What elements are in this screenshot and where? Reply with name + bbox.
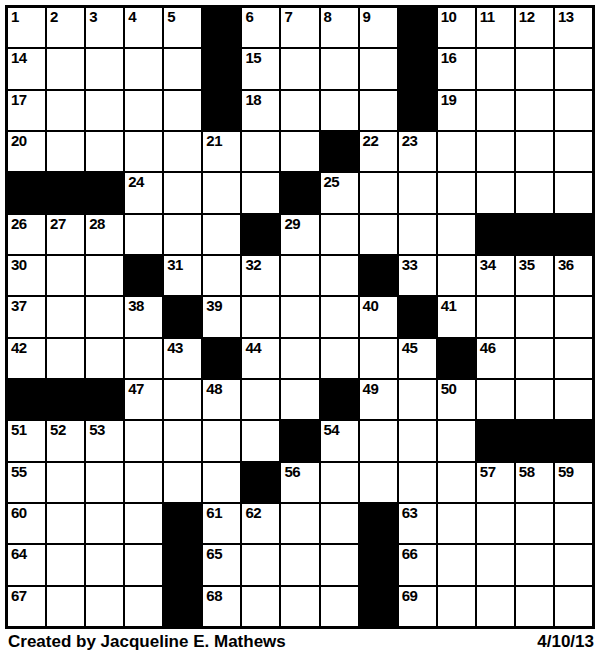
grid-cell[interactable] <box>438 587 475 626</box>
grid-cell[interactable]: 1 <box>8 8 45 47</box>
clue-number: 8 <box>324 9 332 25</box>
clue-number: 12 <box>519 9 535 25</box>
black-cell <box>203 49 240 88</box>
black-cell <box>164 504 201 543</box>
clue-number: 3 <box>89 9 97 25</box>
clue-number: 30 <box>11 257 27 273</box>
grid-cell[interactable] <box>203 173 240 212</box>
grid-cell[interactable] <box>242 173 279 212</box>
grid-cell[interactable]: 17 <box>8 91 45 130</box>
crossword-grid: 1234567891011121314151617181920212223242… <box>5 5 595 629</box>
grid-cell[interactable] <box>438 215 475 254</box>
clue-number: 60 <box>11 505 27 521</box>
grid-cell[interactable]: 5 <box>164 8 201 47</box>
grid-cell[interactable] <box>125 545 162 584</box>
grid-cell[interactable]: 27 <box>47 215 84 254</box>
credit-text: Created by Jacqueline E. Mathews <box>8 632 286 652</box>
grid-cell[interactable] <box>360 173 397 212</box>
grid-cell[interactable]: 45 <box>399 339 436 378</box>
black-cell <box>8 173 45 212</box>
grid-cell[interactable]: 66 <box>399 545 436 584</box>
clue-number: 26 <box>11 216 27 232</box>
grid-cell[interactable]: 55 <box>8 463 45 502</box>
grid-cell[interactable]: 50 <box>438 380 475 419</box>
grid-cell[interactable] <box>47 463 84 502</box>
grid-cell[interactable]: 8 <box>321 8 358 47</box>
clue-number: 64 <box>11 546 27 562</box>
grid-cell[interactable]: 40 <box>360 297 397 336</box>
clue-number: 13 <box>558 9 574 25</box>
black-cell <box>555 215 592 254</box>
grid-cell[interactable]: 31 <box>164 256 201 295</box>
grid-cell[interactable] <box>86 297 123 336</box>
grid-cell[interactable] <box>438 504 475 543</box>
grid-cell[interactable] <box>86 49 123 88</box>
grid-cell[interactable]: 12 <box>516 8 553 47</box>
grid-cell[interactable]: 23 <box>399 132 436 171</box>
grid-cell[interactable] <box>477 132 514 171</box>
grid-cell[interactable]: 44 <box>242 339 279 378</box>
grid-cell[interactable] <box>47 339 84 378</box>
grid-cell[interactable] <box>47 587 84 626</box>
grid-cell[interactable] <box>164 49 201 88</box>
grid-cell[interactable] <box>164 91 201 130</box>
grid-cell[interactable] <box>477 49 514 88</box>
grid-cell[interactable] <box>47 91 84 130</box>
clue-number: 15 <box>245 50 261 66</box>
clue-number: 5 <box>167 9 175 25</box>
grid-cell[interactable]: 61 <box>203 504 240 543</box>
grid-cell[interactable] <box>438 173 475 212</box>
black-cell <box>360 256 397 295</box>
clue-number: 25 <box>324 174 340 190</box>
grid-cell[interactable] <box>438 256 475 295</box>
clue-number: 23 <box>402 133 418 149</box>
clue-number: 49 <box>363 381 379 397</box>
grid-cell[interactable] <box>360 49 397 88</box>
grid-cell[interactable] <box>399 421 436 460</box>
clue-number: 38 <box>128 298 144 314</box>
grid-cell[interactable] <box>164 421 201 460</box>
grid-cell[interactable] <box>555 91 592 130</box>
grid-cell[interactable] <box>86 339 123 378</box>
grid-cell[interactable]: 24 <box>125 173 162 212</box>
grid-cell[interactable] <box>281 587 318 626</box>
clue-number: 19 <box>441 92 457 108</box>
grid-cell[interactable] <box>477 297 514 336</box>
grid-cell[interactable]: 36 <box>555 256 592 295</box>
grid-cell[interactable]: 37 <box>8 297 45 336</box>
grid-cell[interactable]: 11 <box>477 8 514 47</box>
grid-cell[interactable] <box>516 545 553 584</box>
clue-number: 67 <box>11 588 27 604</box>
clue-number: 55 <box>11 464 27 480</box>
clue-number: 37 <box>11 298 27 314</box>
black-cell <box>203 339 240 378</box>
grid-cell[interactable]: 65 <box>203 545 240 584</box>
clue-number: 7 <box>284 9 292 25</box>
footer: Created by Jacqueline E. Mathews 4/10/13 <box>0 630 600 656</box>
clue-number: 36 <box>558 257 574 273</box>
grid-cell[interactable]: 60 <box>8 504 45 543</box>
grid-cell[interactable] <box>438 463 475 502</box>
grid-cell[interactable] <box>125 587 162 626</box>
clue-number: 62 <box>245 505 261 521</box>
grid-cell[interactable]: 29 <box>281 215 318 254</box>
black-cell <box>399 8 436 47</box>
grid-cell[interactable] <box>516 173 553 212</box>
grid-cell[interactable] <box>360 339 397 378</box>
clue-number: 21 <box>206 133 222 149</box>
clue-number: 53 <box>89 422 105 438</box>
clue-number: 63 <box>402 505 418 521</box>
grid-cell[interactable] <box>281 297 318 336</box>
grid-cell[interactable]: 59 <box>555 463 592 502</box>
clue-number: 44 <box>245 340 261 356</box>
grid-cell[interactable] <box>399 173 436 212</box>
grid-cell[interactable]: 64 <box>8 545 45 584</box>
grid-cell[interactable]: 69 <box>399 587 436 626</box>
grid-cell[interactable] <box>47 504 84 543</box>
grid-cell[interactable] <box>281 545 318 584</box>
black-cell <box>86 380 123 419</box>
clue-number: 17 <box>11 92 27 108</box>
clue-number: 33 <box>402 257 418 273</box>
grid-cell[interactable] <box>242 421 279 460</box>
grid-cell[interactable] <box>321 339 358 378</box>
black-cell <box>47 380 84 419</box>
clue-number: 20 <box>11 133 27 149</box>
grid-cell[interactable] <box>86 545 123 584</box>
grid-cell[interactable]: 21 <box>203 132 240 171</box>
grid-cell[interactable] <box>281 504 318 543</box>
grid-cell[interactable] <box>125 339 162 378</box>
black-cell <box>399 91 436 130</box>
clue-number: 29 <box>284 216 300 232</box>
grid-cell[interactable] <box>477 380 514 419</box>
grid-cell[interactable] <box>516 380 553 419</box>
grid-cell[interactable]: 54 <box>321 421 358 460</box>
grid-cell[interactable] <box>399 463 436 502</box>
grid-cell[interactable] <box>47 297 84 336</box>
grid-cell[interactable] <box>86 587 123 626</box>
grid-cell[interactable] <box>477 91 514 130</box>
grid-cell[interactable] <box>555 504 592 543</box>
grid-cell[interactable] <box>125 49 162 88</box>
clue-number: 42 <box>11 340 27 356</box>
black-cell <box>516 215 553 254</box>
grid-cell[interactable] <box>125 421 162 460</box>
clue-number: 10 <box>441 9 457 25</box>
grid-cell[interactable]: 15 <box>242 49 279 88</box>
grid-cell[interactable] <box>555 132 592 171</box>
black-cell <box>477 215 514 254</box>
clue-number: 50 <box>441 381 457 397</box>
grid-cell[interactable]: 52 <box>47 421 84 460</box>
grid-cell[interactable]: 20 <box>8 132 45 171</box>
grid-cell[interactable] <box>281 339 318 378</box>
grid-cell[interactable] <box>438 132 475 171</box>
grid-cell[interactable] <box>47 49 84 88</box>
grid-cell[interactable] <box>321 91 358 130</box>
grid-cell[interactable] <box>477 587 514 626</box>
clue-number: 69 <box>402 588 418 604</box>
black-cell <box>555 421 592 460</box>
clue-number: 68 <box>206 588 222 604</box>
grid-cell[interactable] <box>164 132 201 171</box>
grid-cell[interactable]: 41 <box>438 297 475 336</box>
black-cell <box>321 132 358 171</box>
grid-cell[interactable]: 53 <box>86 421 123 460</box>
grid-cell[interactable] <box>164 463 201 502</box>
clue-number: 39 <box>206 298 222 314</box>
grid-cell[interactable] <box>125 463 162 502</box>
grid-cell[interactable] <box>360 421 397 460</box>
grid-cell[interactable]: 33 <box>399 256 436 295</box>
grid-cell[interactable] <box>438 545 475 584</box>
black-cell <box>399 49 436 88</box>
grid-cell[interactable] <box>360 91 397 130</box>
black-cell <box>321 380 358 419</box>
grid-cell[interactable] <box>203 421 240 460</box>
grid-cell[interactable]: 63 <box>399 504 436 543</box>
grid-cell[interactable]: 68 <box>203 587 240 626</box>
grid-cell[interactable] <box>555 339 592 378</box>
grid-cell[interactable]: 19 <box>438 91 475 130</box>
clue-number: 16 <box>441 50 457 66</box>
black-cell <box>203 91 240 130</box>
grid-cell[interactable] <box>321 215 358 254</box>
grid-cell[interactable] <box>321 545 358 584</box>
grid-cell[interactable] <box>125 91 162 130</box>
grid-cell[interactable]: 43 <box>164 339 201 378</box>
grid-cell[interactable]: 3 <box>86 8 123 47</box>
grid-cell[interactable] <box>125 215 162 254</box>
clue-number: 14 <box>11 50 27 66</box>
grid-cell[interactable]: 39 <box>203 297 240 336</box>
clue-number: 18 <box>245 92 261 108</box>
clue-number: 31 <box>167 257 183 273</box>
clue-number: 54 <box>324 422 340 438</box>
grid-cell[interactable]: 10 <box>438 8 475 47</box>
black-cell <box>516 421 553 460</box>
grid-cell[interactable] <box>203 215 240 254</box>
grid-cell[interactable]: 2 <box>47 8 84 47</box>
clue-number: 32 <box>245 257 261 273</box>
grid-cell[interactable] <box>125 132 162 171</box>
grid-cell[interactable] <box>516 49 553 88</box>
grid-cell[interactable]: 42 <box>8 339 45 378</box>
black-cell <box>281 421 318 460</box>
clue-number: 22 <box>363 133 379 149</box>
grid-cell[interactable] <box>164 215 201 254</box>
grid-cell[interactable]: 57 <box>477 463 514 502</box>
clue-number: 52 <box>50 422 66 438</box>
grid-cell[interactable] <box>47 545 84 584</box>
grid-cell[interactable] <box>47 256 84 295</box>
clue-number: 9 <box>363 9 371 25</box>
clue-number: 24 <box>128 174 144 190</box>
clue-number: 66 <box>402 546 418 562</box>
grid-cell[interactable] <box>203 463 240 502</box>
clue-number: 57 <box>480 464 496 480</box>
grid-cell[interactable]: 38 <box>125 297 162 336</box>
grid-cell[interactable]: 46 <box>477 339 514 378</box>
clue-number: 43 <box>167 340 183 356</box>
clue-number: 47 <box>128 381 144 397</box>
black-cell <box>281 173 318 212</box>
black-cell <box>477 421 514 460</box>
grid-cell[interactable] <box>555 49 592 88</box>
grid-cell[interactable] <box>360 463 397 502</box>
grid-cell[interactable]: 6 <box>242 8 279 47</box>
clue-number: 41 <box>441 298 457 314</box>
clue-number: 59 <box>558 464 574 480</box>
grid-cell[interactable] <box>516 132 553 171</box>
grid-cell[interactable] <box>555 587 592 626</box>
grid-cell[interactable] <box>321 463 358 502</box>
grid-cell[interactable] <box>242 297 279 336</box>
clue-number: 11 <box>480 9 495 25</box>
grid-cell[interactable]: 47 <box>125 380 162 419</box>
black-cell <box>47 173 84 212</box>
grid-cell[interactable] <box>516 297 553 336</box>
grid-cell[interactable]: 51 <box>8 421 45 460</box>
clue-number: 65 <box>206 546 222 562</box>
grid-cell[interactable] <box>281 132 318 171</box>
grid-cell[interactable]: 34 <box>477 256 514 295</box>
grid-cell[interactable] <box>516 339 553 378</box>
grid-cell[interactable]: 16 <box>438 49 475 88</box>
black-cell <box>125 256 162 295</box>
grid-cell[interactable] <box>86 132 123 171</box>
grid-cell[interactable] <box>242 132 279 171</box>
black-cell <box>203 8 240 47</box>
grid-cell[interactable]: 7 <box>281 8 318 47</box>
grid-cell[interactable] <box>360 215 397 254</box>
clue-number: 2 <box>50 9 58 25</box>
grid-cell[interactable]: 58 <box>516 463 553 502</box>
grid-cell[interactable] <box>399 380 436 419</box>
grid-cell[interactable] <box>86 463 123 502</box>
grid-cell[interactable] <box>555 173 592 212</box>
grid-cell[interactable] <box>164 380 201 419</box>
grid-cell[interactable]: 14 <box>8 49 45 88</box>
clue-number: 48 <box>206 381 222 397</box>
clue-number: 1 <box>11 9 19 25</box>
clue-number: 56 <box>284 464 300 480</box>
grid-cell[interactable]: 67 <box>8 587 45 626</box>
grid-cell[interactable] <box>86 91 123 130</box>
black-cell <box>164 545 201 584</box>
clue-number: 6 <box>245 9 253 25</box>
grid-cell[interactable] <box>321 49 358 88</box>
grid-cell[interactable]: 25 <box>321 173 358 212</box>
grid-cell[interactable]: 35 <box>516 256 553 295</box>
grid-cell[interactable] <box>86 504 123 543</box>
black-cell <box>242 463 279 502</box>
black-cell <box>360 545 397 584</box>
clue-number: 34 <box>480 257 496 273</box>
black-cell <box>438 339 475 378</box>
grid-cell[interactable] <box>477 504 514 543</box>
grid-cell[interactable]: 28 <box>86 215 123 254</box>
grid-cell[interactable] <box>516 587 553 626</box>
grid-cell[interactable] <box>516 91 553 130</box>
grid-cell[interactable] <box>477 173 514 212</box>
clue-number: 28 <box>89 216 105 232</box>
grid-cell[interactable]: 9 <box>360 8 397 47</box>
black-cell <box>360 587 397 626</box>
grid-cell[interactable] <box>281 380 318 419</box>
grid-cell[interactable] <box>242 587 279 626</box>
grid-cell[interactable]: 30 <box>8 256 45 295</box>
grid-cell[interactable]: 13 <box>555 8 592 47</box>
black-cell <box>164 587 201 626</box>
grid-cell[interactable] <box>203 256 240 295</box>
grid-cell[interactable]: 32 <box>242 256 279 295</box>
clue-number: 35 <box>519 257 535 273</box>
grid-cell[interactable]: 56 <box>281 463 318 502</box>
black-cell <box>360 504 397 543</box>
grid-cell[interactable] <box>86 256 123 295</box>
grid-cell[interactable]: 49 <box>360 380 397 419</box>
grid-cell[interactable] <box>438 421 475 460</box>
grid-cell[interactable] <box>555 380 592 419</box>
grid-cell[interactable]: 62 <box>242 504 279 543</box>
grid-cell[interactable] <box>516 504 553 543</box>
grid-cell[interactable]: 26 <box>8 215 45 254</box>
grid-cell[interactable] <box>399 215 436 254</box>
grid-cell[interactable] <box>321 256 358 295</box>
grid-cell[interactable] <box>47 132 84 171</box>
clue-number: 46 <box>480 340 496 356</box>
clue-number: 51 <box>11 422 27 438</box>
grid-cell[interactable] <box>555 297 592 336</box>
grid-cell[interactable] <box>281 91 318 130</box>
grid-cell[interactable]: 18 <box>242 91 279 130</box>
clue-number: 45 <box>402 340 418 356</box>
date-text: 4/10/13 <box>537 632 594 652</box>
clue-number: 4 <box>128 9 136 25</box>
black-cell <box>8 380 45 419</box>
black-cell <box>164 297 201 336</box>
grid-cell[interactable]: 48 <box>203 380 240 419</box>
grid-cell[interactable] <box>125 504 162 543</box>
clue-number: 61 <box>206 505 222 521</box>
grid-cell[interactable] <box>281 49 318 88</box>
grid-cell[interactable] <box>321 504 358 543</box>
clue-number: 58 <box>519 464 535 480</box>
grid-cell[interactable] <box>164 173 201 212</box>
black-cell <box>86 173 123 212</box>
black-cell <box>242 215 279 254</box>
clue-number: 40 <box>363 298 379 314</box>
grid-cell[interactable] <box>321 297 358 336</box>
grid-cell[interactable]: 4 <box>125 8 162 47</box>
grid-cell[interactable] <box>242 380 279 419</box>
grid-cell[interactable] <box>321 587 358 626</box>
grid-cell[interactable] <box>477 545 514 584</box>
clue-number: 27 <box>50 216 66 232</box>
black-cell <box>399 297 436 336</box>
grid-cell[interactable] <box>555 545 592 584</box>
grid-cell[interactable] <box>242 545 279 584</box>
grid-cell[interactable]: 22 <box>360 132 397 171</box>
grid-cell[interactable] <box>281 256 318 295</box>
